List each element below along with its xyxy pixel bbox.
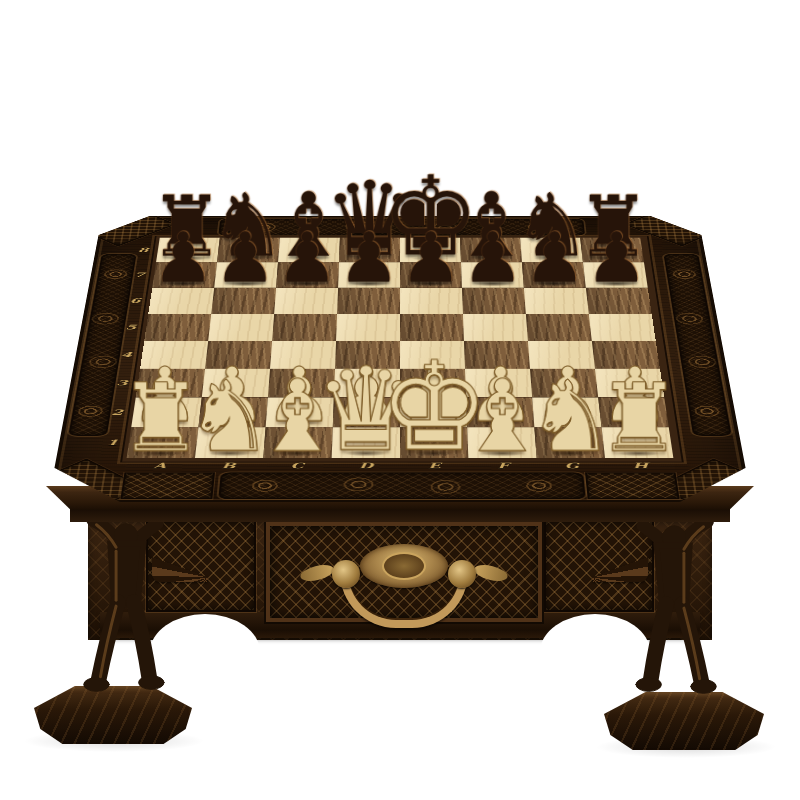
square-a6[interactable]	[148, 288, 214, 314]
lattice-panel-front-right	[585, 472, 680, 499]
lattice-panel-front-left	[120, 472, 215, 499]
chess-table-photo: 87654321 ABCDEFGH ♜♞♝♛♚♝♞♜♟♟♟♟♟♟♟♟♟♟♟♟♟♟…	[0, 0, 800, 800]
tabletop-underledge	[70, 508, 730, 522]
atlas-leg-left	[58, 512, 182, 708]
black-pawn[interactable]: ♟	[586, 230, 648, 287]
white-king[interactable]: ♚	[379, 356, 489, 457]
square-d7[interactable]: ♟	[338, 262, 400, 287]
drawer[interactable]	[266, 522, 542, 622]
file-label-a: A	[125, 461, 195, 471]
rank-label-5: 5	[119, 314, 143, 341]
white-knight[interactable]: ♞	[527, 377, 614, 457]
file-label-e: E	[400, 461, 469, 471]
square-e7[interactable]: ♟	[400, 262, 462, 287]
square-c7[interactable]: ♟	[276, 262, 339, 287]
atlas-leg-right	[618, 514, 742, 710]
file-label-f: F	[468, 461, 537, 471]
rank-label-6: 6	[123, 288, 147, 314]
black-pawn[interactable]: ♟	[214, 230, 276, 287]
drawer-front	[270, 526, 538, 618]
black-pawn[interactable]: ♟	[152, 230, 214, 287]
black-pawn[interactable]: ♟	[462, 230, 524, 287]
handle-rosette-right	[448, 560, 476, 588]
square-b7[interactable]: ♟	[214, 262, 278, 287]
handle-rosette-left	[332, 560, 360, 588]
square-h6[interactable]	[586, 288, 652, 314]
file-label-h: H	[605, 461, 675, 471]
square-b6[interactable]	[211, 288, 276, 314]
handle-cartouche	[382, 552, 426, 580]
black-pawn[interactable]: ♟	[524, 230, 586, 287]
square-f6[interactable]	[462, 288, 526, 314]
square-g6[interactable]	[524, 288, 589, 314]
carved-scroll-panel-front	[218, 472, 585, 499]
square-g1[interactable]: ♞	[534, 427, 605, 458]
square-h7[interactable]: ♟	[583, 262, 648, 287]
file-label-b: B	[194, 461, 264, 471]
square-f7[interactable]: ♟	[461, 262, 524, 287]
square-g7[interactable]: ♟	[522, 262, 586, 287]
leaf-flourish-right	[473, 562, 509, 584]
rank-label-7: 7	[127, 262, 150, 287]
square-b1[interactable]: ♞	[195, 427, 266, 458]
file-label-c: C	[262, 461, 331, 471]
square-a7[interactable]: ♟	[152, 262, 217, 287]
square-d6[interactable]	[337, 288, 400, 314]
file-label-g: G	[537, 461, 607, 471]
black-pawn[interactable]: ♟	[276, 230, 338, 287]
black-pawn[interactable]: ♟	[338, 230, 400, 287]
file-label-d: D	[331, 461, 400, 471]
black-pawn[interactable]: ♟	[400, 230, 462, 287]
tabletop: 87654321 ABCDEFGH ♜♞♝♛♚♝♞♜♟♟♟♟♟♟♟♟♟♟♟♟♟♟…	[48, 216, 752, 502]
handle-backplate	[360, 544, 448, 588]
square-c6[interactable]	[274, 288, 338, 314]
file-labels: ABCDEFGH	[125, 461, 676, 471]
square-e6[interactable]	[400, 288, 463, 314]
white-knight[interactable]: ♞	[185, 377, 272, 457]
square-e1[interactable]: ♚	[400, 427, 468, 458]
leaf-flourish-left	[299, 562, 335, 584]
chess-board[interactable]: ♜♞♝♛♚♝♞♜♟♟♟♟♟♟♟♟♟♟♟♟♟♟♟♟♜♞♝♛♚♝♞♜	[127, 238, 674, 458]
